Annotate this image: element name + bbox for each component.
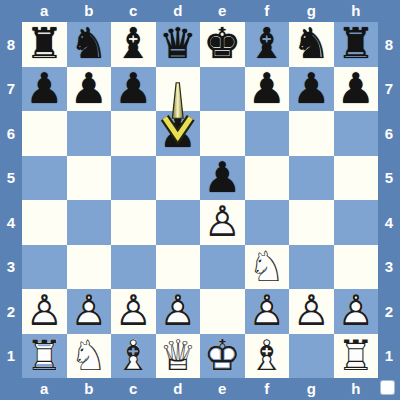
white-pawn-piece: ♟♙ xyxy=(111,289,156,334)
file-label-a: a xyxy=(22,378,67,400)
square-b5[interactable] xyxy=(67,156,112,201)
rank-label-6: 6 xyxy=(378,111,400,156)
black-pawn-piece: ♟ xyxy=(156,111,201,156)
square-c7[interactable]: ♟ xyxy=(111,67,156,112)
file-label-b: b xyxy=(67,378,112,400)
white-knight-piece: ♞♘ xyxy=(245,245,290,290)
rank-labels-right: 8 7 6 5 4 3 2 1 xyxy=(378,22,400,378)
chess-diagram: a b c d e f g h 8 7 6 5 4 3 2 1 8 7 6 5 … xyxy=(0,0,400,400)
rank-label-3: 3 xyxy=(378,245,400,290)
rank-label-1: 1 xyxy=(378,334,400,379)
square-g3[interactable] xyxy=(289,245,334,290)
square-g8[interactable]: ♞ xyxy=(289,22,334,67)
black-bishop-piece: ♝ xyxy=(245,22,290,67)
square-d7[interactable] xyxy=(156,67,201,112)
square-a5[interactable] xyxy=(22,156,67,201)
square-f1[interactable]: ♝♗ xyxy=(245,334,290,379)
square-e6[interactable] xyxy=(200,111,245,156)
rank-label-1: 1 xyxy=(0,334,22,379)
white-pawn-piece: ♟♙ xyxy=(334,289,379,334)
square-d1[interactable]: ♛♕ xyxy=(156,334,201,379)
black-rook-piece: ♜ xyxy=(22,22,67,67)
file-label-e: e xyxy=(200,0,245,22)
square-f3[interactable]: ♞♘ xyxy=(245,245,290,290)
black-pawn-piece: ♟ xyxy=(67,67,112,112)
rank-label-3: 3 xyxy=(0,245,22,290)
file-label-g: g xyxy=(289,0,334,22)
square-b1[interactable]: ♞♘ xyxy=(67,334,112,379)
square-f5[interactable] xyxy=(245,156,290,201)
file-label-h: h xyxy=(334,378,379,400)
file-labels-top: a b c d e f g h xyxy=(22,0,378,22)
rank-label-4: 4 xyxy=(378,200,400,245)
square-a3[interactable] xyxy=(22,245,67,290)
white-bishop-piece: ♝♗ xyxy=(245,334,290,379)
file-label-f: f xyxy=(245,0,290,22)
white-queen-piece: ♛♕ xyxy=(156,334,201,379)
rank-label-7: 7 xyxy=(0,67,22,112)
square-d3[interactable] xyxy=(156,245,201,290)
white-knight-piece: ♞♘ xyxy=(67,334,112,379)
file-label-a: a xyxy=(22,0,67,22)
rank-label-6: 6 xyxy=(0,111,22,156)
black-king-piece: ♚ xyxy=(200,22,245,67)
square-b3[interactable] xyxy=(67,245,112,290)
square-c4[interactable] xyxy=(111,200,156,245)
rank-label-8: 8 xyxy=(378,22,400,67)
square-d8[interactable]: ♛ xyxy=(156,22,201,67)
square-a6[interactable] xyxy=(22,111,67,156)
white-king-piece: ♚♔ xyxy=(200,334,245,379)
file-label-h: h xyxy=(334,0,379,22)
white-pawn-piece: ♟♙ xyxy=(22,289,67,334)
file-label-g: g xyxy=(289,378,334,400)
white-pawn-piece: ♟♙ xyxy=(245,289,290,334)
black-pawn-piece: ♟ xyxy=(289,67,334,112)
white-pawn-piece: ♟♙ xyxy=(156,289,201,334)
square-e4[interactable]: ♟♙ xyxy=(200,200,245,245)
rank-label-4: 4 xyxy=(0,200,22,245)
white-pawn-piece: ♟♙ xyxy=(67,289,112,334)
rank-labels-left: 8 7 6 5 4 3 2 1 xyxy=(0,22,22,378)
black-knight-piece: ♞ xyxy=(289,22,334,67)
square-g6[interactable] xyxy=(289,111,334,156)
file-label-f: f xyxy=(245,378,290,400)
square-d6[interactable]: ♟ xyxy=(156,111,201,156)
square-f8[interactable]: ♝ xyxy=(245,22,290,67)
white-rook-piece: ♜♖ xyxy=(22,334,67,379)
square-e8[interactable]: ♚ xyxy=(200,22,245,67)
rank-label-5: 5 xyxy=(0,156,22,201)
square-f2[interactable]: ♟♙ xyxy=(245,289,290,334)
black-queen-piece: ♛ xyxy=(156,22,201,67)
square-b2[interactable]: ♟♙ xyxy=(67,289,112,334)
square-g4[interactable] xyxy=(289,200,334,245)
black-pawn-piece: ♟ xyxy=(111,67,156,112)
square-d4[interactable] xyxy=(156,200,201,245)
file-label-c: c xyxy=(111,0,156,22)
square-e7[interactable] xyxy=(200,67,245,112)
square-b6[interactable] xyxy=(67,111,112,156)
square-b7[interactable]: ♟ xyxy=(67,67,112,112)
file-label-c: c xyxy=(111,378,156,400)
square-h1[interactable]: ♜♖ xyxy=(334,334,379,379)
square-a2[interactable]: ♟♙ xyxy=(22,289,67,334)
square-c1[interactable]: ♝♗ xyxy=(111,334,156,379)
file-labels-bottom: a b c d e f g h xyxy=(22,378,378,400)
square-g2[interactable]: ♟♙ xyxy=(289,289,334,334)
square-h5[interactable] xyxy=(334,156,379,201)
white-pawn-piece: ♟♙ xyxy=(200,200,245,245)
square-h6[interactable] xyxy=(334,111,379,156)
square-d2[interactable]: ♟♙ xyxy=(156,289,201,334)
black-rook-piece: ♜ xyxy=(334,22,379,67)
square-h2[interactable]: ♟♙ xyxy=(334,289,379,334)
square-c6[interactable] xyxy=(111,111,156,156)
black-knight-piece: ♞ xyxy=(67,22,112,67)
rank-label-2: 2 xyxy=(0,289,22,334)
square-h8[interactable]: ♜ xyxy=(334,22,379,67)
square-g5[interactable] xyxy=(289,156,334,201)
white-bishop-piece: ♝♗ xyxy=(111,334,156,379)
rank-label-7: 7 xyxy=(378,67,400,112)
black-bishop-piece: ♝ xyxy=(111,22,156,67)
square-g7[interactable]: ♟ xyxy=(289,67,334,112)
black-pawn-piece: ♟ xyxy=(334,67,379,112)
square-e5[interactable]: ♟ xyxy=(200,156,245,201)
square-c5[interactable] xyxy=(111,156,156,201)
square-e1[interactable]: ♚♔ xyxy=(200,334,245,379)
rank-label-5: 5 xyxy=(378,156,400,201)
black-pawn-piece: ♟ xyxy=(200,156,245,201)
square-g1[interactable] xyxy=(289,334,334,379)
white-rook-piece: ♜♖ xyxy=(334,334,379,379)
square-e2[interactable] xyxy=(200,289,245,334)
square-a4[interactable] xyxy=(22,200,67,245)
square-a7[interactable]: ♟ xyxy=(22,67,67,112)
file-label-b: b xyxy=(67,0,112,22)
black-pawn-piece: ♟ xyxy=(22,67,67,112)
square-h4[interactable] xyxy=(334,200,379,245)
file-label-e: e xyxy=(200,378,245,400)
file-label-d: d xyxy=(156,0,201,22)
square-f7[interactable]: ♟ xyxy=(245,67,290,112)
rank-label-8: 8 xyxy=(0,22,22,67)
square-a1[interactable]: ♜♖ xyxy=(22,334,67,379)
square-h7[interactable]: ♟ xyxy=(334,67,379,112)
file-label-d: d xyxy=(156,378,201,400)
square-f6[interactable] xyxy=(245,111,290,156)
square-c2[interactable]: ♟♙ xyxy=(111,289,156,334)
square-f4[interactable] xyxy=(245,200,290,245)
square-a8[interactable]: ♜ xyxy=(22,22,67,67)
white-to-move-indicator xyxy=(381,381,394,394)
square-e3[interactable] xyxy=(200,245,245,290)
square-b8[interactable]: ♞ xyxy=(67,22,112,67)
square-b4[interactable] xyxy=(67,200,112,245)
white-pawn-piece: ♟♙ xyxy=(289,289,334,334)
square-h3[interactable] xyxy=(334,245,379,290)
board: ♜♞♝♛♚♝♞♜♟♟♟♟♟♟♟♟♟♙♞♘♟♙♟♙♟♙♟♙♟♙♟♙♟♙♜♖♞♘♝♗… xyxy=(22,22,378,378)
black-pawn-piece: ♟ xyxy=(245,67,290,112)
square-c8[interactable]: ♝ xyxy=(111,22,156,67)
square-d5[interactable] xyxy=(156,156,201,201)
square-c3[interactable] xyxy=(111,245,156,290)
rank-label-2: 2 xyxy=(378,289,400,334)
